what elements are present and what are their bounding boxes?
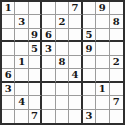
- sudoku-cell-empty-r5c8[interactable]: [96, 56, 109, 69]
- sudoku-cell-empty-r3c8[interactable]: [96, 29, 109, 42]
- sudoku-cell-empty-r1c4[interactable]: [42, 2, 55, 15]
- sudoku-cell-given-r2c9[interactable]: 8: [110, 15, 123, 28]
- sudoku-cell-given-r2c5[interactable]: 2: [56, 15, 69, 28]
- sudoku-cell-empty-r7c4[interactable]: [42, 83, 55, 96]
- sudoku-cell-empty-r4c9[interactable]: [110, 42, 123, 55]
- sudoku-cell-empty-r9c1[interactable]: [2, 110, 15, 123]
- sudoku-cell-empty-r2c1[interactable]: [2, 15, 15, 28]
- sudoku-cell-empty-r7c3[interactable]: [29, 83, 42, 96]
- sudoku-cell-empty-r3c9[interactable]: [110, 29, 123, 42]
- sudoku-cell-empty-r9c4[interactable]: [42, 110, 55, 123]
- sudoku-cell-given-r8c9[interactable]: 7: [110, 96, 123, 109]
- sudoku-cell-empty-r8c8[interactable]: [96, 96, 109, 109]
- sudoku-cell-empty-r3c6[interactable]: [69, 29, 82, 42]
- sudoku-cell-empty-r1c5[interactable]: [56, 2, 69, 15]
- sudoku-cell-empty-r3c5[interactable]: [56, 29, 69, 42]
- sudoku-cell-empty-r7c9[interactable]: [110, 83, 123, 96]
- sudoku-cell-given-r5c9[interactable]: 2: [110, 56, 123, 69]
- sudoku-cell-empty-r6c3[interactable]: [29, 69, 42, 82]
- sudoku-cell-empty-r7c6[interactable]: [69, 83, 82, 96]
- sudoku-cell-empty-r2c6[interactable]: [69, 15, 82, 28]
- sudoku-cell-empty-r3c2[interactable]: [15, 29, 28, 42]
- sudoku-cell-empty-r4c5[interactable]: [56, 42, 69, 55]
- sudoku-cell-given-r1c6[interactable]: 7: [69, 2, 82, 15]
- sudoku-cell-empty-r5c6[interactable]: [69, 56, 82, 69]
- sudoku-cell-empty-r7c7[interactable]: [83, 83, 96, 96]
- sudoku-cell-empty-r4c6[interactable]: [69, 42, 82, 55]
- sudoku-cell-given-r4c7[interactable]: 9: [83, 42, 96, 55]
- sudoku-cell-given-r9c7[interactable]: 3: [83, 110, 96, 123]
- sudoku-cell-given-r3c7[interactable]: 5: [83, 29, 96, 42]
- sudoku-cell-given-r2c2[interactable]: 3: [15, 15, 28, 28]
- sudoku-cell-given-r6c6[interactable]: 4: [69, 69, 82, 82]
- sudoku-cell-empty-r6c5[interactable]: [56, 69, 69, 82]
- sudoku-cell-given-r1c8[interactable]: 9: [96, 2, 109, 15]
- sudoku-cell-empty-r2c3[interactable]: [29, 15, 42, 28]
- sudoku-cell-empty-r9c6[interactable]: [69, 110, 82, 123]
- sudoku-cell-given-r9c3[interactable]: 7: [29, 110, 42, 123]
- sudoku-cell-empty-r9c2[interactable]: [15, 110, 28, 123]
- sudoku-cell-given-r4c4[interactable]: 3: [42, 42, 55, 55]
- sudoku-cell-given-r5c2[interactable]: 1: [15, 56, 28, 69]
- sudoku-cell-given-r6c1[interactable]: 6: [2, 69, 15, 82]
- sudoku-cell-empty-r5c1[interactable]: [2, 56, 15, 69]
- sudoku-cell-empty-r8c6[interactable]: [69, 96, 82, 109]
- sudoku-cell-given-r5c5[interactable]: 8: [56, 56, 69, 69]
- sudoku-cell-empty-r5c3[interactable]: [29, 56, 42, 69]
- sudoku-cell-empty-r7c5[interactable]: [56, 83, 69, 96]
- sudoku-cell-given-r3c4[interactable]: 6: [42, 29, 55, 42]
- sudoku-cell-empty-r5c7[interactable]: [83, 56, 96, 69]
- sudoku-cell-given-r7c1[interactable]: 3: [2, 83, 15, 96]
- sudoku-cell-empty-r3c1[interactable]: [2, 29, 15, 42]
- sudoku-cell-empty-r1c2[interactable]: [15, 2, 28, 15]
- sudoku-cell-empty-r8c4[interactable]: [42, 96, 55, 109]
- sudoku-cell-empty-r6c7[interactable]: [83, 69, 96, 82]
- sudoku-cell-empty-r8c3[interactable]: [29, 96, 42, 109]
- sudoku-cell-empty-r4c8[interactable]: [96, 42, 109, 55]
- sudoku-cell-empty-r2c8[interactable]: [96, 15, 109, 28]
- sudoku-cell-empty-r6c4[interactable]: [42, 69, 55, 82]
- sudoku-cell-empty-r9c9[interactable]: [110, 110, 123, 123]
- sudoku-cell-empty-r6c2[interactable]: [15, 69, 28, 82]
- sudoku-cell-empty-r2c7[interactable]: [83, 15, 96, 28]
- sudoku-cell-empty-r7c2[interactable]: [15, 83, 28, 96]
- sudoku-cell-given-r4c3[interactable]: 5: [29, 42, 42, 55]
- sudoku-cell-given-r8c2[interactable]: 4: [15, 96, 28, 109]
- sudoku-cell-given-r3c3[interactable]: 9: [29, 29, 42, 42]
- sudoku-cell-empty-r4c1[interactable]: [2, 42, 15, 55]
- sudoku-cell-empty-r2c4[interactable]: [42, 15, 55, 28]
- sudoku-cell-empty-r8c7[interactable]: [83, 96, 96, 109]
- sudoku-cell-empty-r1c9[interactable]: [110, 2, 123, 15]
- sudoku-cell-empty-r6c9[interactable]: [110, 69, 123, 82]
- sudoku-cell-empty-r6c8[interactable]: [96, 69, 109, 82]
- sudoku-cell-empty-r5c4[interactable]: [42, 56, 55, 69]
- sudoku-board: 17932896553918264314773: [0, 0, 125, 125]
- sudoku-cell-empty-r8c5[interactable]: [56, 96, 69, 109]
- sudoku-cell-empty-r1c7[interactable]: [83, 2, 96, 15]
- sudoku-cell-empty-r9c5[interactable]: [56, 110, 69, 123]
- sudoku-cell-given-r7c8[interactable]: 1: [96, 83, 109, 96]
- sudoku-cell-empty-r1c3[interactable]: [29, 2, 42, 15]
- sudoku-cell-given-r1c1[interactable]: 1: [2, 2, 15, 15]
- sudoku-cell-empty-r8c1[interactable]: [2, 96, 15, 109]
- sudoku-cell-empty-r4c2[interactable]: [15, 42, 28, 55]
- sudoku-cell-empty-r9c8[interactable]: [96, 110, 109, 123]
